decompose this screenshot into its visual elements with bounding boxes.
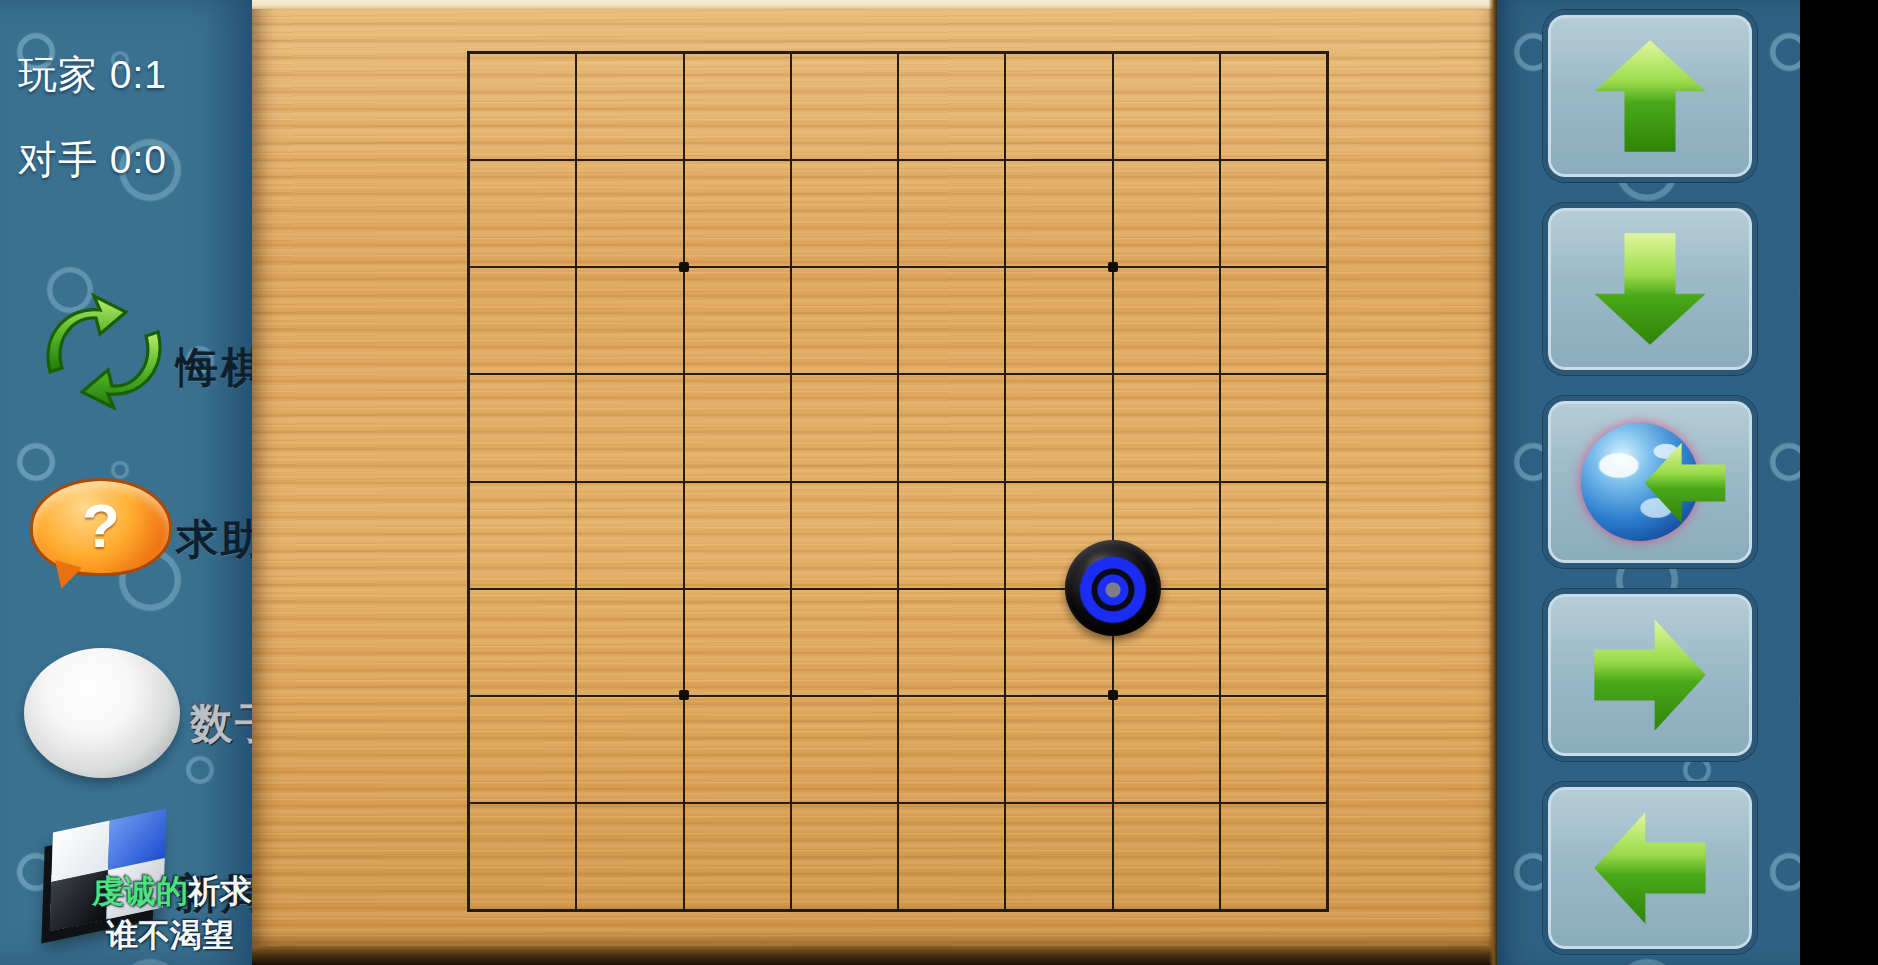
board-cell[interactable] (1005, 267, 1112, 374)
board-cell[interactable] (1005, 53, 1112, 160)
board-cell[interactable] (576, 696, 683, 803)
board-top-edge (252, 0, 1497, 9)
chat-message-2: 谁不渴望 (106, 914, 234, 958)
board-cell[interactable] (684, 696, 791, 803)
player-score: 玩家 0:1 (18, 48, 167, 102)
chat-message-1-green: 虔诚的 (92, 873, 188, 909)
board-cell[interactable] (469, 374, 576, 481)
board-cell[interactable] (898, 482, 1005, 589)
arrow-left-icon (1592, 810, 1708, 926)
player-score-value: 0:1 (110, 53, 167, 96)
board-cell[interactable] (1220, 589, 1327, 696)
board-cell[interactable] (469, 696, 576, 803)
board-cell[interactable] (898, 53, 1005, 160)
board-cell[interactable] (1113, 482, 1220, 589)
undo-recycle-icon[interactable] (30, 292, 176, 410)
arrow-down-icon (1592, 231, 1708, 347)
question-mark: ? (82, 490, 120, 561)
board-cell[interactable] (576, 589, 683, 696)
board-cell[interactable] (576, 53, 683, 160)
board-cell[interactable] (1005, 589, 1112, 696)
board-cell[interactable] (684, 803, 791, 910)
nav-network-back-button[interactable] (1543, 396, 1757, 568)
board-cell[interactable] (898, 696, 1005, 803)
board-cell[interactable] (1113, 374, 1220, 481)
board-cell[interactable] (1005, 803, 1112, 910)
nav-down-button[interactable] (1543, 203, 1757, 375)
board-cell[interactable] (576, 267, 683, 374)
board-cell[interactable] (791, 589, 898, 696)
board-cell[interactable] (1005, 374, 1112, 481)
board-cell[interactable] (1113, 589, 1220, 696)
chat-message-1-white: 祈求 (188, 873, 252, 909)
board-cell[interactable] (791, 482, 898, 589)
board-cell[interactable] (576, 803, 683, 910)
board-cell[interactable] (1113, 53, 1220, 160)
arrow-right-icon (1592, 617, 1708, 733)
board-cell[interactable] (576, 482, 683, 589)
board-cell[interactable] (684, 53, 791, 160)
board-cell[interactable] (791, 53, 898, 160)
board-cell[interactable] (1005, 482, 1112, 589)
help-question-icon[interactable]: ? (30, 478, 172, 576)
board-cell[interactable] (469, 589, 576, 696)
board-cell[interactable] (791, 696, 898, 803)
chat-message-1: 虔诚的祈求 (92, 870, 252, 914)
board-cell[interactable] (1113, 803, 1220, 910)
board-cell[interactable] (1005, 160, 1112, 267)
board-cell[interactable] (684, 267, 791, 374)
board-cell[interactable] (1220, 53, 1327, 160)
board-cell[interactable] (1113, 267, 1220, 374)
board-cell[interactable] (684, 589, 791, 696)
left-sidebar: 玩家 0:1 对手 0:0 悔棋 ? 求助 数子 (0, 0, 252, 965)
nav-right-button[interactable] (1543, 589, 1757, 761)
board-right-edge (1489, 0, 1497, 965)
board-cell[interactable] (684, 374, 791, 481)
white-stone-icon[interactable] (24, 648, 180, 778)
opponent-score: 对手 0:0 (18, 133, 167, 187)
board-cell[interactable] (1220, 803, 1327, 910)
board-bottom-edge (252, 946, 1497, 965)
arrow-up-icon (1592, 38, 1708, 154)
screen-right-black-bar (1800, 0, 1878, 965)
board-cell[interactable] (469, 53, 576, 160)
opponent-score-label: 对手 (18, 138, 98, 181)
board-cell[interactable] (898, 803, 1005, 910)
board-cell[interactable] (791, 374, 898, 481)
player-score-label: 玩家 (18, 53, 98, 96)
board-cell[interactable] (898, 267, 1005, 374)
board-cell[interactable] (1220, 374, 1327, 481)
go-board-grid (467, 51, 1329, 912)
board-bottom-shade (252, 930, 1497, 946)
board-cell[interactable] (1113, 160, 1220, 267)
board-cell[interactable] (898, 160, 1005, 267)
globe-wrap (1575, 419, 1725, 545)
board-cell[interactable] (898, 589, 1005, 696)
opponent-score-value: 0:0 (110, 138, 167, 181)
board-cell[interactable] (1005, 696, 1112, 803)
nav-left-button[interactable] (1543, 782, 1757, 954)
board-cell[interactable] (791, 160, 898, 267)
board-cell[interactable] (1220, 267, 1327, 374)
board-cell[interactable] (469, 803, 576, 910)
board-cell[interactable] (684, 160, 791, 267)
board-cell[interactable] (684, 482, 791, 589)
board-cell[interactable] (791, 267, 898, 374)
board-cell[interactable] (791, 803, 898, 910)
nav-up-button[interactable] (1543, 10, 1757, 182)
game-screen: 玩家 0:1 对手 0:0 悔棋 ? 求助 数子 (0, 0, 1878, 965)
board-cell[interactable] (1220, 482, 1327, 589)
board-cell[interactable] (469, 160, 576, 267)
board-cell[interactable] (1220, 696, 1327, 803)
board-cell[interactable] (469, 482, 576, 589)
board-cell[interactable] (576, 160, 683, 267)
board-cell[interactable] (1113, 696, 1220, 803)
board-cell[interactable] (469, 267, 576, 374)
board-cell[interactable] (898, 374, 1005, 481)
board-cell[interactable] (576, 374, 683, 481)
board-cell[interactable] (1220, 160, 1327, 267)
